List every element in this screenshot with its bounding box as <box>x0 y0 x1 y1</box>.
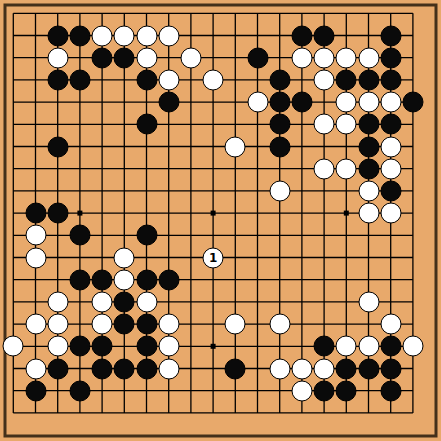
stone-white <box>314 47 335 68</box>
stone-white <box>314 69 335 90</box>
stone-black <box>47 25 68 46</box>
stone-white <box>336 336 357 357</box>
stone-white <box>136 291 157 312</box>
stone-black <box>291 25 312 46</box>
go-board: 1 <box>0 0 441 441</box>
stone-white <box>358 180 379 201</box>
stone-black <box>225 358 246 379</box>
stone-black <box>69 336 90 357</box>
stone-black <box>114 47 135 68</box>
stone-black <box>269 69 290 90</box>
stone-white <box>158 336 179 357</box>
stone-black <box>358 158 379 179</box>
stone-white <box>3 336 24 357</box>
stone-white <box>158 358 179 379</box>
stone-white <box>358 291 379 312</box>
stone-white <box>314 158 335 179</box>
stone-black <box>69 25 90 46</box>
stone-white <box>225 314 246 335</box>
stone-black <box>380 358 401 379</box>
stone-white <box>380 136 401 157</box>
stone-black <box>336 358 357 379</box>
stone-white <box>291 47 312 68</box>
stone-black <box>380 47 401 68</box>
stone-black <box>136 314 157 335</box>
stone-black <box>136 269 157 290</box>
stone-white <box>136 25 157 46</box>
stone-white <box>25 247 46 268</box>
stone-black <box>380 380 401 401</box>
stone-black <box>136 336 157 357</box>
stone-white <box>114 247 135 268</box>
stone-white <box>336 158 357 179</box>
stone-white <box>358 47 379 68</box>
stone-black <box>358 358 379 379</box>
stone-black <box>47 136 68 157</box>
stone-white <box>380 158 401 179</box>
stone-black <box>358 69 379 90</box>
stone-white <box>114 25 135 46</box>
stone-white <box>336 92 357 113</box>
stone-white <box>314 114 335 135</box>
stone-white <box>402 336 423 357</box>
stone-black <box>92 336 113 357</box>
stone-black <box>69 380 90 401</box>
stone-white <box>269 180 290 201</box>
stone-white <box>25 358 46 379</box>
stone-white <box>203 69 224 90</box>
stone-black <box>380 69 401 90</box>
stone-white <box>180 47 201 68</box>
stone-black <box>114 358 135 379</box>
stone-white <box>136 47 157 68</box>
stone-black <box>314 336 335 357</box>
stone-white <box>314 358 335 379</box>
stone-black <box>114 314 135 335</box>
stone-white <box>114 269 135 290</box>
stone-white <box>158 69 179 90</box>
stone-white <box>358 203 379 224</box>
stone-black <box>380 336 401 357</box>
stone-black <box>136 69 157 90</box>
stone-white <box>92 314 113 335</box>
stone-black <box>69 225 90 246</box>
stone-black <box>69 69 90 90</box>
stone-white <box>380 92 401 113</box>
stone-black <box>380 180 401 201</box>
stone-white <box>358 92 379 113</box>
stone-black <box>269 136 290 157</box>
stone-black <box>336 380 357 401</box>
stone-white <box>380 314 401 335</box>
stone-white <box>247 92 268 113</box>
stone-black <box>314 25 335 46</box>
stone-white-marked-move: 1 <box>203 247 224 268</box>
stone-white <box>47 336 68 357</box>
stone-black <box>25 380 46 401</box>
stone-white <box>158 314 179 335</box>
stone-black <box>158 92 179 113</box>
stone-black <box>380 114 401 135</box>
stone-black <box>47 69 68 90</box>
stone-black <box>158 269 179 290</box>
stone-white <box>291 358 312 379</box>
stone-white <box>358 336 379 357</box>
stone-black <box>247 47 268 68</box>
stone-black <box>136 114 157 135</box>
stone-black <box>358 114 379 135</box>
stone-black <box>136 225 157 246</box>
stone-white <box>380 203 401 224</box>
stone-black <box>47 203 68 224</box>
stone-white <box>92 25 113 46</box>
stone-white <box>47 47 68 68</box>
stone-black <box>269 92 290 113</box>
stone-black <box>269 114 290 135</box>
stone-black <box>402 92 423 113</box>
stone-white <box>291 380 312 401</box>
stone-white <box>336 114 357 135</box>
stone-black <box>114 291 135 312</box>
stone-white <box>25 225 46 246</box>
stone-white <box>47 291 68 312</box>
stone-black <box>47 358 68 379</box>
stone-white <box>269 314 290 335</box>
stone-black <box>358 136 379 157</box>
stone-black <box>92 358 113 379</box>
stone-black <box>92 269 113 290</box>
stone-black <box>380 25 401 46</box>
stone-white <box>92 291 113 312</box>
stone-white <box>158 25 179 46</box>
stone-black <box>291 92 312 113</box>
stone-white <box>269 358 290 379</box>
stone-black <box>314 380 335 401</box>
stone-black <box>336 69 357 90</box>
stone-black <box>25 203 46 224</box>
stone-white <box>47 314 68 335</box>
stone-black <box>69 269 90 290</box>
stone-white <box>25 314 46 335</box>
stone-white <box>225 136 246 157</box>
stone-white <box>336 47 357 68</box>
stone-black <box>92 47 113 68</box>
stone-black <box>136 358 157 379</box>
move-number-label: 1 <box>209 252 217 264</box>
